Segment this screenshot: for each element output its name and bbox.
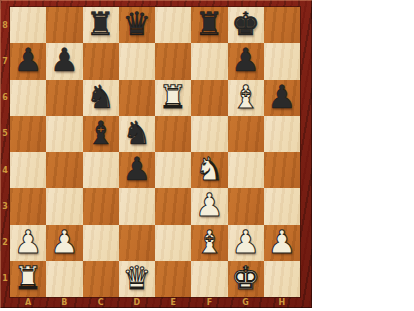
black-pawn-a7[interactable]: ♟: [14, 44, 43, 76]
square-c4[interactable]: [83, 152, 119, 188]
square-e2[interactable]: [155, 225, 191, 261]
file-label-e: E: [155, 297, 191, 308]
square-a2[interactable]: ♟: [10, 225, 46, 261]
square-c3[interactable]: [83, 188, 119, 224]
square-f3[interactable]: ♟: [191, 188, 227, 224]
square-g2[interactable]: ♟: [228, 225, 264, 261]
rank-label-6: 6: [0, 80, 10, 116]
file-label-d: D: [119, 297, 155, 308]
file-label-b: B: [46, 297, 82, 308]
square-e1[interactable]: [155, 261, 191, 297]
square-d6[interactable]: [119, 80, 155, 116]
square-c6[interactable]: ♞: [83, 80, 119, 116]
square-f5[interactable]: [191, 116, 227, 152]
square-g3[interactable]: [228, 188, 264, 224]
square-b2[interactable]: ♟: [46, 225, 82, 261]
square-a4[interactable]: [10, 152, 46, 188]
square-d4[interactable]: ♟: [119, 152, 155, 188]
square-e7[interactable]: [155, 43, 191, 79]
page: ♜♛♜♚♟♟♟♞♜♝♟♝♞♟♞♟♟♟♝♟♟♜♛♚ 87654321 ABCDEF…: [0, 0, 414, 311]
white-rook-a1[interactable]: ♜: [14, 262, 43, 294]
rank-label-2: 2: [0, 225, 10, 261]
chess-board: ♜♛♜♚♟♟♟♞♜♝♟♝♞♟♞♟♟♟♝♟♟♜♛♚ 87654321 ABCDEF…: [0, 0, 312, 308]
black-pawn-g7[interactable]: ♟: [231, 44, 260, 76]
square-g6[interactable]: ♝: [228, 80, 264, 116]
file-labels: ABCDEFGH: [10, 297, 300, 308]
black-pawn-b7[interactable]: ♟: [50, 44, 79, 76]
white-pawn-f3[interactable]: ♟: [195, 189, 224, 221]
square-d7[interactable]: [119, 43, 155, 79]
square-e8[interactable]: [155, 7, 191, 43]
square-g4[interactable]: [228, 152, 264, 188]
square-c1[interactable]: [83, 261, 119, 297]
square-c8[interactable]: ♜: [83, 7, 119, 43]
square-b8[interactable]: [46, 7, 82, 43]
square-h8[interactable]: [264, 7, 300, 43]
rank-labels: 87654321: [0, 7, 10, 297]
square-a5[interactable]: [10, 116, 46, 152]
file-label-f: F: [191, 297, 227, 308]
square-b7[interactable]: ♟: [46, 43, 82, 79]
white-pawn-g2[interactable]: ♟: [231, 226, 260, 258]
square-a8[interactable]: [10, 7, 46, 43]
white-pawn-h2[interactable]: ♟: [268, 226, 297, 258]
square-d3[interactable]: [119, 188, 155, 224]
square-d8[interactable]: ♛: [119, 7, 155, 43]
rank-label-3: 3: [0, 188, 10, 224]
square-f1[interactable]: [191, 261, 227, 297]
square-a3[interactable]: [10, 188, 46, 224]
square-b5[interactable]: [46, 116, 82, 152]
white-pawn-b2[interactable]: ♟: [50, 226, 79, 258]
square-g1[interactable]: ♚: [228, 261, 264, 297]
square-c7[interactable]: [83, 43, 119, 79]
rank-label-1: 1: [0, 261, 10, 297]
file-label-h: H: [264, 297, 300, 308]
black-rook-f8[interactable]: ♜: [195, 8, 224, 40]
white-pawn-a2[interactable]: ♟: [14, 226, 43, 258]
square-h6[interactable]: ♟: [264, 80, 300, 116]
white-queen-d1[interactable]: ♛: [123, 262, 152, 294]
square-g5[interactable]: [228, 116, 264, 152]
square-b4[interactable]: [46, 152, 82, 188]
square-a7[interactable]: ♟: [10, 43, 46, 79]
black-pawn-d4[interactable]: ♟: [123, 153, 152, 185]
square-e4[interactable]: [155, 152, 191, 188]
board-grid: ♜♛♜♚♟♟♟♞♜♝♟♝♞♟♞♟♟♟♝♟♟♜♛♚: [10, 7, 300, 297]
file-label-a: A: [10, 297, 46, 308]
black-bishop-c5[interactable]: ♝: [86, 117, 115, 149]
square-h5[interactable]: [264, 116, 300, 152]
white-rook-e6[interactable]: ♜: [159, 81, 188, 113]
black-knight-c6[interactable]: ♞: [86, 81, 115, 113]
square-h3[interactable]: [264, 188, 300, 224]
rank-label-5: 5: [0, 116, 10, 152]
white-bishop-f2[interactable]: ♝: [195, 226, 224, 258]
square-h1[interactable]: [264, 261, 300, 297]
black-knight-d5[interactable]: ♞: [123, 117, 152, 149]
square-f8[interactable]: ♜: [191, 7, 227, 43]
rank-label-8: 8: [0, 7, 10, 43]
square-c2[interactable]: [83, 225, 119, 261]
square-f6[interactable]: [191, 80, 227, 116]
square-b6[interactable]: [46, 80, 82, 116]
square-d1[interactable]: ♛: [119, 261, 155, 297]
square-e6[interactable]: ♜: [155, 80, 191, 116]
square-h2[interactable]: ♟: [264, 225, 300, 261]
square-b3[interactable]: [46, 188, 82, 224]
rank-label-7: 7: [0, 43, 10, 79]
white-king-g1[interactable]: ♚: [231, 262, 260, 294]
black-queen-d8[interactable]: ♛: [123, 8, 152, 40]
square-f4[interactable]: ♞: [191, 152, 227, 188]
square-g7[interactable]: ♟: [228, 43, 264, 79]
square-e5[interactable]: [155, 116, 191, 152]
square-h4[interactable]: [264, 152, 300, 188]
square-d2[interactable]: [119, 225, 155, 261]
black-pawn-h6[interactable]: ♟: [268, 81, 297, 113]
white-knight-f4[interactable]: ♞: [195, 153, 224, 185]
black-rook-c8[interactable]: ♜: [86, 8, 115, 40]
square-b1[interactable]: [46, 261, 82, 297]
square-d5[interactable]: ♞: [119, 116, 155, 152]
square-a1[interactable]: ♜: [10, 261, 46, 297]
square-g8[interactable]: ♚: [228, 7, 264, 43]
square-f2[interactable]: ♝: [191, 225, 227, 261]
rank-label-4: 4: [0, 152, 10, 188]
square-h7[interactable]: [264, 43, 300, 79]
square-c5[interactable]: ♝: [83, 116, 119, 152]
black-king-g8[interactable]: ♚: [231, 8, 260, 40]
square-e3[interactable]: [155, 188, 191, 224]
file-label-c: C: [83, 297, 119, 308]
white-bishop-g6[interactable]: ♝: [231, 81, 260, 113]
square-f7[interactable]: [191, 43, 227, 79]
file-label-g: G: [228, 297, 264, 308]
square-a6[interactable]: [10, 80, 46, 116]
